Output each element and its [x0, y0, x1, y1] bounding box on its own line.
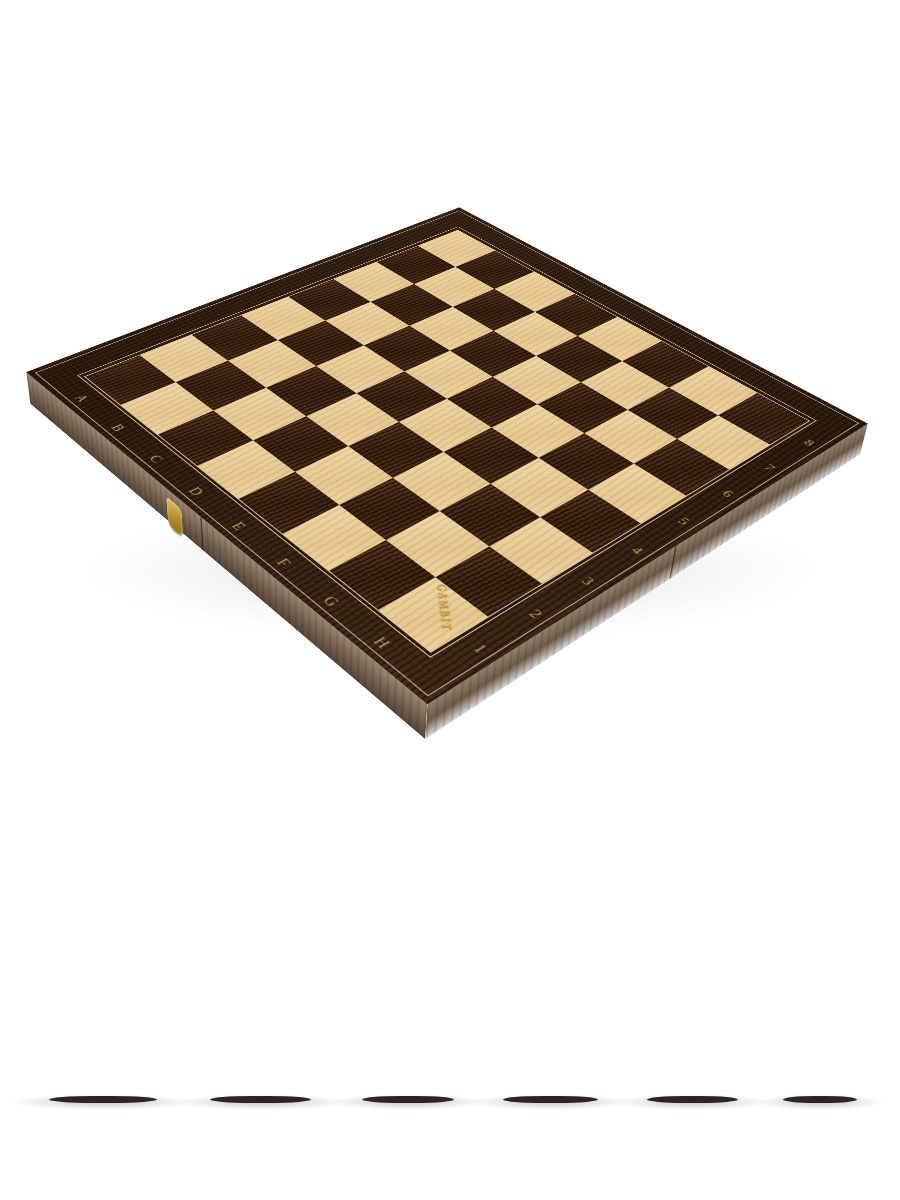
square-g6: [584, 410, 677, 464]
lineup-queen: ♛: [191, 790, 331, 1108]
lineup-pawn: ♟: [768, 910, 872, 1108]
lineup-king: ♚: [28, 708, 178, 1108]
square-e4: [399, 399, 492, 452]
square-h4: [540, 490, 640, 553]
piece-lineup: ♚♛♝♞♜♟: [28, 678, 872, 1108]
square-g5: [539, 433, 634, 490]
square-g4: [491, 458, 589, 517]
lineup-knight: ♞: [484, 863, 616, 1108]
lineup-bishop: ♝: [344, 843, 472, 1108]
board-scene: GAMBIT ABCDEFGH 87654321 ♜♞♝♛♚♝♞♜♟♟♟♟♟♟♟…: [0, 0, 900, 700]
product-photo: GAMBIT ABCDEFGH 87654321 ♜♞♝♛♚♝♞♜♟♟♟♟♟♟♟…: [0, 0, 900, 1200]
square-h6: [634, 439, 729, 496]
square-f5: [492, 404, 585, 458]
square-h5: [588, 464, 686, 524]
lineup-rook: ♜: [629, 876, 755, 1108]
